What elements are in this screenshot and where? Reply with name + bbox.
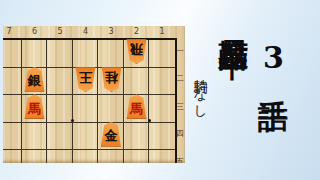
rank-label: 四: [175, 129, 185, 139]
rank-label: 五: [175, 157, 185, 163]
pieces-in-hand-caption: 持駒なし: [192, 68, 210, 112]
file-label: 4: [76, 27, 96, 37]
rank-label: 二: [175, 74, 185, 84]
board-cell: [22, 40, 48, 68]
board-cell: [22, 150, 48, 163]
hand-label: 持駒: [193, 68, 209, 70]
board-cell: [47, 68, 73, 96]
rank-labels: 一二三四五: [175, 26, 185, 163]
mate-in-moves-caption: 3手詰: [252, 40, 293, 78]
piece-kanji: 銀: [28, 71, 41, 87]
file-labels: 7654321: [3, 27, 185, 37]
board-cell: [47, 150, 73, 163]
board-cell: [47, 95, 73, 123]
piece-kanji: 桂: [105, 71, 118, 87]
board-cell: [3, 40, 22, 68]
board-cell: [98, 95, 124, 123]
hand-value: なし: [193, 79, 209, 112]
board-cell: [3, 123, 22, 151]
difficulty-caption: 難易度中: [212, 15, 253, 26]
board-cell: [73, 150, 99, 163]
file-label: 1: [152, 27, 172, 37]
board-cell: [149, 95, 175, 123]
file-label: 7: [3, 27, 19, 37]
shogi-board: 7654321 一二三四五 飛銀王桂馬馬金: [3, 26, 185, 163]
board-cell: [73, 123, 99, 151]
file-label: 3: [101, 27, 121, 37]
board-cell: [47, 123, 73, 151]
board-cell: [47, 40, 73, 68]
hoshi-dot: [148, 119, 151, 122]
thumbnail-canvas: 7654321 一二三四五 飛銀王桂馬馬金 持駒なし 難易度中 3手詰: [0, 0, 320, 180]
board-cell: [3, 95, 22, 123]
board-cell: [3, 68, 22, 96]
board-cell: [98, 40, 124, 68]
board-cell: [149, 40, 175, 68]
board-cell: [124, 150, 150, 163]
piece-kanji: 馬: [28, 99, 41, 115]
board-cell: [73, 40, 99, 68]
file-label: 5: [50, 27, 70, 37]
file-label: 6: [25, 27, 45, 37]
board-cell: [98, 150, 124, 163]
file-label: 2: [127, 27, 147, 37]
board-cell: [22, 123, 48, 151]
board-cell: [3, 150, 22, 163]
board-cell: [124, 123, 150, 151]
board-cell: [149, 150, 175, 163]
board-cell: [149, 68, 175, 96]
board-cell: [124, 68, 150, 96]
hoshi-dot: [71, 119, 74, 122]
piece-kanji: 金: [105, 126, 118, 142]
rank-label: 一: [175, 47, 185, 57]
rank-label: 三: [175, 102, 185, 112]
piece-kanji: 馬: [130, 99, 143, 115]
piece-kanji: 飛: [130, 44, 143, 60]
board-cell: [149, 123, 175, 151]
board-cell: [73, 95, 99, 123]
piece-kanji: 王: [79, 71, 92, 87]
